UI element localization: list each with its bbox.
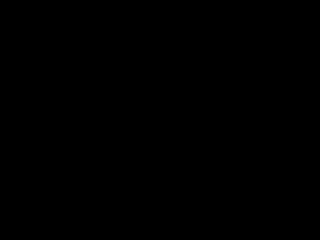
- letterbox-left: [0, 0, 40, 180]
- letterbox-right: [280, 0, 320, 180]
- chess-board: [40, 0, 280, 180]
- video-frame: [0, 0, 320, 180]
